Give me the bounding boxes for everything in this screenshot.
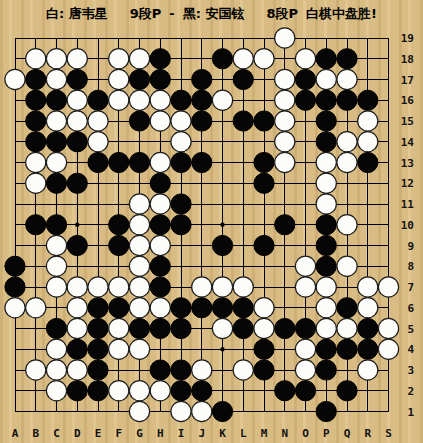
stone-white-G8 — [129, 256, 149, 276]
stone-white-C4 — [46, 339, 66, 359]
stone-white-F17 — [109, 69, 129, 89]
stone-white-E7 — [88, 277, 108, 297]
stone-black-J16 — [192, 90, 212, 110]
stone-black-I5 — [171, 318, 191, 338]
stone-black-N10 — [275, 215, 295, 235]
stone-black-C10 — [46, 215, 66, 235]
row-label-7: 7 — [407, 281, 414, 294]
column-label-I: I — [178, 427, 185, 440]
stone-white-B6 — [26, 298, 46, 318]
stone-black-H17 — [150, 69, 170, 89]
stone-black-I16 — [171, 90, 191, 110]
stone-black-H7 — [150, 277, 170, 297]
star-point-K10 — [220, 223, 224, 227]
stone-white-J7 — [192, 277, 212, 297]
stone-white-S7 — [378, 277, 398, 297]
stone-white-R3 — [358, 360, 378, 380]
stone-white-C15 — [46, 111, 66, 131]
stone-white-D15 — [67, 111, 87, 131]
stone-black-D2 — [67, 381, 87, 401]
stone-black-O17 — [295, 69, 315, 89]
row-label-19: 19 — [401, 32, 414, 45]
stone-white-Q14 — [337, 132, 357, 152]
stone-white-L7 — [233, 277, 253, 297]
stone-black-P3 — [316, 360, 336, 380]
stone-black-L6 — [233, 298, 253, 318]
stone-black-K18 — [212, 49, 232, 69]
stone-black-R5 — [358, 318, 378, 338]
stone-white-C8 — [46, 256, 66, 276]
go-board[interactable]: ABCDEFGHIJKLMNOPQRS191817161514131211109… — [0, 0, 423, 443]
stone-black-D14 — [67, 132, 87, 152]
stone-black-R13 — [358, 152, 378, 172]
stone-black-I10 — [171, 215, 191, 235]
column-label-B: B — [32, 427, 39, 440]
stone-white-I14 — [171, 132, 191, 152]
stone-white-D6 — [67, 298, 87, 318]
stone-black-D12 — [67, 173, 87, 193]
row-label-3: 3 — [407, 364, 414, 377]
stone-white-G10 — [129, 215, 149, 235]
stone-black-E13 — [88, 152, 108, 172]
stone-black-K1 — [212, 401, 232, 421]
stone-black-M12 — [254, 173, 274, 193]
stone-white-Q10 — [337, 215, 357, 235]
stone-black-N5 — [275, 318, 295, 338]
stone-white-G4 — [129, 339, 149, 359]
stone-white-L3 — [233, 360, 253, 380]
stone-black-B16 — [26, 90, 46, 110]
stone-black-M9 — [254, 235, 274, 255]
stone-black-L15 — [233, 111, 253, 131]
stone-black-B10 — [26, 215, 46, 235]
stone-white-G6 — [129, 298, 149, 318]
stone-black-E3 — [88, 360, 108, 380]
stone-white-H16 — [150, 90, 170, 110]
row-label-14: 14 — [401, 136, 415, 149]
stone-black-I2 — [171, 381, 191, 401]
stone-white-I15 — [171, 111, 191, 131]
stone-white-L18 — [233, 49, 253, 69]
column-label-E: E — [95, 427, 102, 440]
stone-white-H13 — [150, 152, 170, 172]
row-label-6: 6 — [407, 302, 414, 315]
stone-white-G2 — [129, 381, 149, 401]
stone-black-E2 — [88, 381, 108, 401]
stone-white-H9 — [150, 235, 170, 255]
stone-black-I11 — [171, 194, 191, 214]
row-label-5: 5 — [407, 323, 414, 336]
stone-black-Q6 — [337, 298, 357, 318]
stone-white-C2 — [46, 381, 66, 401]
row-label-10: 10 — [401, 219, 414, 232]
stone-black-Q16 — [337, 90, 357, 110]
stone-white-N17 — [275, 69, 295, 89]
stone-black-H3 — [150, 360, 170, 380]
stone-white-D16 — [67, 90, 87, 110]
stone-white-G1 — [129, 401, 149, 421]
row-label-12: 12 — [401, 177, 414, 190]
stone-black-R4 — [358, 339, 378, 359]
stone-white-Q17 — [337, 69, 357, 89]
stone-black-P4 — [316, 339, 336, 359]
column-label-M: M — [261, 427, 268, 440]
row-label-16: 16 — [401, 94, 415, 107]
stone-black-P9 — [316, 235, 336, 255]
column-label-A: A — [12, 427, 19, 440]
stone-black-I6 — [171, 298, 191, 318]
stone-black-M4 — [254, 339, 274, 359]
stone-white-D7 — [67, 277, 87, 297]
stone-white-D3 — [67, 360, 87, 380]
stone-black-E6 — [88, 298, 108, 318]
column-label-L: L — [240, 427, 247, 440]
stone-black-H12 — [150, 173, 170, 193]
stone-black-F10 — [109, 215, 129, 235]
column-label-R: R — [364, 427, 371, 440]
stone-black-F13 — [109, 152, 129, 172]
stone-black-P16 — [316, 90, 336, 110]
stone-black-H10 — [150, 215, 170, 235]
column-label-P: P — [323, 427, 330, 440]
stone-black-P1 — [316, 401, 336, 421]
stone-white-F18 — [109, 49, 129, 69]
row-label-15: 15 — [401, 115, 414, 128]
stone-black-J2 — [192, 381, 212, 401]
row-label-1: 1 — [407, 406, 414, 419]
row-label-4: 4 — [407, 343, 414, 356]
stone-white-G16 — [129, 90, 149, 110]
stone-white-N13 — [275, 152, 295, 172]
stone-white-P17 — [316, 69, 336, 89]
star-point-K4 — [220, 347, 224, 351]
stone-white-G18 — [129, 49, 149, 69]
stone-white-P13 — [316, 152, 336, 172]
stone-white-M18 — [254, 49, 274, 69]
stone-black-M15 — [254, 111, 274, 131]
stone-white-C3 — [46, 360, 66, 380]
stone-white-M6 — [254, 298, 274, 318]
stone-black-Q2 — [337, 381, 357, 401]
stone-white-O7 — [295, 277, 315, 297]
stone-black-K9 — [212, 235, 232, 255]
stone-white-C9 — [46, 235, 66, 255]
stone-black-B14 — [26, 132, 46, 152]
stone-white-K16 — [212, 90, 232, 110]
stone-black-J6 — [192, 298, 212, 318]
stone-white-C7 — [46, 277, 66, 297]
stone-white-H11 — [150, 194, 170, 214]
row-label-2: 2 — [407, 385, 414, 398]
stone-black-P14 — [316, 132, 336, 152]
stone-black-C16 — [46, 90, 66, 110]
stone-black-H8 — [150, 256, 170, 276]
stone-white-A6 — [5, 298, 25, 318]
row-label-9: 9 — [407, 240, 414, 253]
stone-black-D4 — [67, 339, 87, 359]
stone-black-N2 — [275, 381, 295, 401]
stone-white-J1 — [192, 401, 212, 421]
stone-white-D5 — [67, 318, 87, 338]
stone-black-O2 — [295, 381, 315, 401]
stone-black-M13 — [254, 152, 274, 172]
stone-black-F6 — [109, 298, 129, 318]
stone-black-P18 — [316, 49, 336, 69]
stone-black-A8 — [5, 256, 25, 276]
stone-white-C13 — [46, 152, 66, 172]
stone-black-L5 — [233, 318, 253, 338]
stone-white-F5 — [109, 318, 129, 338]
row-label-8: 8 — [407, 260, 414, 273]
stone-white-P12 — [316, 173, 336, 193]
stone-black-R16 — [358, 90, 378, 110]
stone-black-M3 — [254, 360, 274, 380]
stone-white-R7 — [358, 277, 378, 297]
stone-white-G9 — [129, 235, 149, 255]
stone-white-K5 — [212, 318, 232, 338]
stone-white-R15 — [358, 111, 378, 131]
stone-black-E4 — [88, 339, 108, 359]
stone-white-G11 — [129, 194, 149, 214]
stone-white-N19 — [275, 28, 295, 48]
stone-white-N14 — [275, 132, 295, 152]
stone-white-F7 — [109, 277, 129, 297]
stone-white-O3 — [295, 360, 315, 380]
stone-black-L17 — [233, 69, 253, 89]
stone-white-Q5 — [337, 318, 357, 338]
stone-white-B13 — [26, 152, 46, 172]
column-label-S: S — [385, 427, 392, 440]
stone-white-P5 — [316, 318, 336, 338]
stone-white-N16 — [275, 90, 295, 110]
stone-white-Q8 — [337, 256, 357, 276]
stone-white-B18 — [26, 49, 46, 69]
column-label-D: D — [74, 427, 81, 440]
stone-black-H5 — [150, 318, 170, 338]
stone-white-C17 — [46, 69, 66, 89]
row-label-11: 11 — [401, 198, 415, 211]
stone-black-J13 — [192, 152, 212, 172]
column-label-C: C — [53, 427, 60, 440]
stone-black-Q18 — [337, 49, 357, 69]
stone-black-G17 — [129, 69, 149, 89]
stone-black-E16 — [88, 90, 108, 110]
stone-black-B17 — [26, 69, 46, 89]
stone-white-P11 — [316, 194, 336, 214]
stone-black-H18 — [150, 49, 170, 69]
stone-white-F2 — [109, 381, 129, 401]
stone-white-S4 — [378, 339, 398, 359]
column-label-J: J — [198, 427, 205, 440]
stone-white-O8 — [295, 256, 315, 276]
column-label-G: G — [136, 427, 143, 440]
stone-black-P8 — [316, 256, 336, 276]
stone-white-Q13 — [337, 152, 357, 172]
stone-black-J15 — [192, 111, 212, 131]
column-label-K: K — [219, 427, 226, 440]
column-label-O: O — [302, 427, 309, 440]
stone-black-G13 — [129, 152, 149, 172]
stone-black-G5 — [129, 318, 149, 338]
column-label-H: H — [157, 427, 164, 440]
stone-white-K7 — [212, 277, 232, 297]
stone-black-A7 — [5, 277, 25, 297]
stone-white-A17 — [5, 69, 25, 89]
stone-black-I3 — [171, 360, 191, 380]
stone-white-O4 — [295, 339, 315, 359]
stone-black-Q4 — [337, 339, 357, 359]
stone-white-J3 — [192, 360, 212, 380]
row-label-18: 18 — [401, 53, 414, 66]
column-label-N: N — [281, 427, 288, 440]
stone-white-O18 — [295, 49, 315, 69]
stone-white-H15 — [150, 111, 170, 131]
stone-black-E5 — [88, 318, 108, 338]
stone-white-R6 — [358, 298, 378, 318]
star-point-D10 — [75, 223, 79, 227]
stone-white-F16 — [109, 90, 129, 110]
stone-black-G15 — [129, 111, 149, 131]
stone-black-K6 — [212, 298, 232, 318]
stone-white-R14 — [358, 132, 378, 152]
stone-white-H2 — [150, 381, 170, 401]
stone-white-P7 — [316, 277, 336, 297]
stone-black-J17 — [192, 69, 212, 89]
stone-black-F9 — [109, 235, 129, 255]
stone-white-F4 — [109, 339, 129, 359]
stone-white-M5 — [254, 318, 274, 338]
stone-white-P6 — [316, 298, 336, 318]
stone-white-I1 — [171, 401, 191, 421]
stone-white-B12 — [26, 173, 46, 193]
stone-white-G7 — [129, 277, 149, 297]
stone-black-O5 — [295, 318, 315, 338]
stone-white-N15 — [275, 111, 295, 131]
stone-white-B3 — [26, 360, 46, 380]
stone-black-D17 — [67, 69, 87, 89]
stone-black-C5 — [46, 318, 66, 338]
column-label-F: F — [115, 427, 122, 440]
stone-white-D18 — [67, 49, 87, 69]
stone-black-P15 — [316, 111, 336, 131]
stone-black-O16 — [295, 90, 315, 110]
stone-black-B15 — [26, 111, 46, 131]
row-label-17: 17 — [401, 74, 414, 87]
go-game-window: 白: 唐韦星 9段P - 黑: 安国铉 8段P 白棋中盘胜! ABCDEFGHI… — [0, 0, 423, 443]
row-label-13: 13 — [401, 157, 414, 170]
stone-white-C18 — [46, 49, 66, 69]
stone-black-C12 — [46, 173, 66, 193]
stone-white-E14 — [88, 132, 108, 152]
column-label-Q: Q — [344, 427, 351, 440]
stone-black-C14 — [46, 132, 66, 152]
stone-white-H6 — [150, 298, 170, 318]
stone-white-S5 — [378, 318, 398, 338]
stone-black-I13 — [171, 152, 191, 172]
stone-black-P10 — [316, 215, 336, 235]
stone-white-E15 — [88, 111, 108, 131]
stone-black-D9 — [67, 235, 87, 255]
